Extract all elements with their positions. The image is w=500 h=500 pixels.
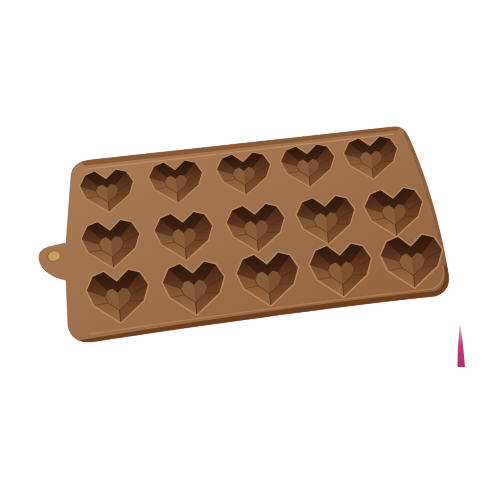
background bbox=[0, 0, 500, 500]
stray-artifact bbox=[458, 324, 466, 367]
product-photo bbox=[0, 0, 500, 500]
